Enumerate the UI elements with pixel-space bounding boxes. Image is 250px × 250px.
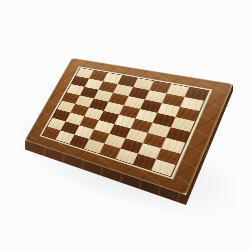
chessboard-product-photo bbox=[0, 0, 250, 250]
